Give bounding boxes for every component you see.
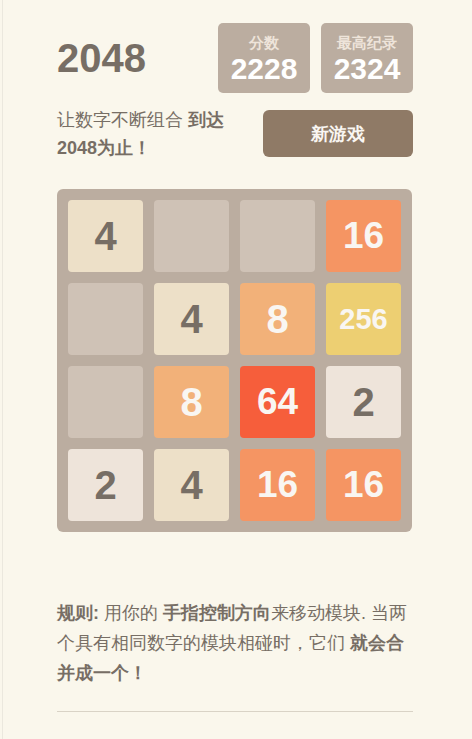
tile-64: 64 [240,366,315,438]
intro-text: 让数字不断组合 到达 2048为止！ [57,106,263,162]
score-panel: 分数 2228 最高纪录 2324 [218,23,413,93]
tile-4: 4 [68,200,143,272]
tile-4: 4 [154,283,229,355]
score-box: 分数 2228 [218,23,310,93]
rules-normal-1: 用你的 [99,603,163,623]
new-game-button[interactable]: 新游戏 [263,110,413,157]
tile-8: 8 [240,283,315,355]
tile-4: 4 [154,449,229,521]
score-label: 分数 [249,34,279,52]
board-grid[interactable]: 416482568642241616 [57,189,412,532]
empty-cell [68,283,143,355]
empty-cell [240,200,315,272]
rules-bold-2: 手指控制方向 [163,603,271,623]
best-score-value: 2324 [334,52,401,85]
best-score-box: 最高纪录 2324 [321,23,413,93]
tile-16: 16 [326,449,401,521]
intro-row: 让数字不断组合 到达 2048为止！ 新游戏 [57,106,413,162]
empty-cell [68,366,143,438]
tile-8: 8 [154,366,229,438]
tile-2: 2 [326,366,401,438]
intro-text-normal: 让数字不断组合 [57,110,188,130]
page-root: 2048 分数 2228 最高纪录 2324 让数字不断组合 到达 2048为止… [57,0,413,712]
empty-cell [154,200,229,272]
best-score-label: 最高纪录 [337,34,397,52]
section-divider [57,711,413,712]
tile-16: 16 [240,449,315,521]
tile-2: 2 [68,449,143,521]
rules-paragraph: 规则: 用你的 手指控制方向来移动模块. 当两个具有相同数字的模块相碰时，它们 … [57,598,415,688]
rules-bold-1: 规则: [57,603,99,623]
game-title: 2048 [57,38,146,78]
score-value: 2228 [231,52,298,85]
tile-16: 16 [326,200,401,272]
tile-256: 256 [326,283,401,355]
header: 2048 分数 2228 最高纪录 2324 [57,0,413,93]
